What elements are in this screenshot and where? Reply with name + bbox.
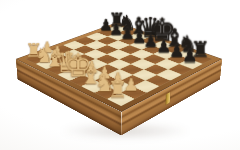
black-rook-h8: ♜ (191, 38, 211, 60)
square-h6 (169, 64, 192, 74)
square-a3 (51, 45, 72, 54)
black-knight-g8: ♞ (177, 33, 197, 55)
black-knight-b8: ♞ (118, 13, 136, 33)
white-pawn-a2: ♟ (40, 40, 53, 55)
square-a1: ♜ (26, 54, 48, 63)
brass-clasp-icon (166, 92, 171, 105)
chess-set-photo: ♜♞♝♛♚♝♞♜♟♟♟♟♟♟♟♟♟♟♟♟♟♟♟♟♜♞♝♛♚♝♞♜ (0, 0, 240, 150)
scene-3d: ♜♞♝♛♚♝♞♜♟♟♟♟♟♟♟♟♟♟♟♟♟♟♟♟♜♞♝♛♚♝♞♜ (0, 0, 240, 150)
black-pawn-a7: ♟ (99, 18, 113, 33)
black-queen-d8: ♛ (138, 14, 163, 42)
chess-board-box: ♜♞♝♛♚♝♞♜♟♟♟♟♟♟♟♟♟♟♟♟♟♟♟♟♜♞♝♛♚♝♞♜ (16, 22, 222, 112)
board-top-rim: ♜♞♝♛♚♝♞♜♟♟♟♟♟♟♟♟♟♟♟♟♟♟♟♟♜♞♝♛♚♝♞♜ (16, 22, 222, 112)
white-rook-a1: ♜ (25, 41, 42, 60)
black-rook-a8: ♜ (108, 10, 125, 29)
